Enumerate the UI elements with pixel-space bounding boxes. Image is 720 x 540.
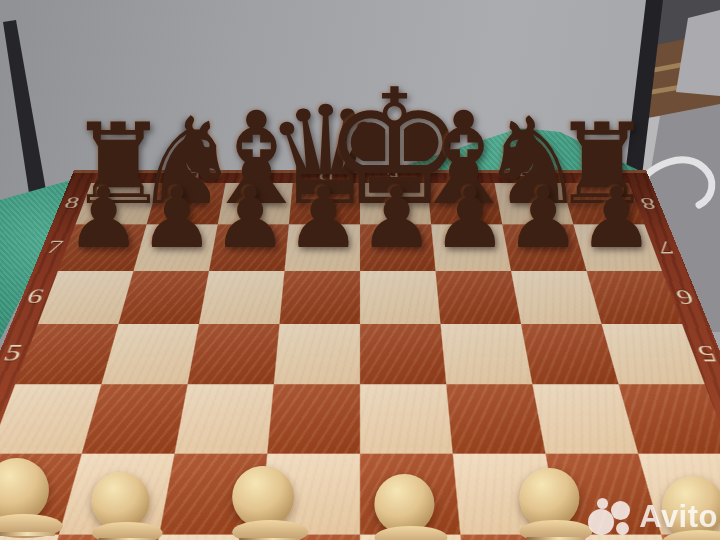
pawn-collar [374,526,447,540]
pawn-ball [519,468,579,528]
white-pawn-top-f2 [519,468,592,540]
pawn-ball [374,474,434,534]
avito-watermark: Avito [588,496,718,536]
pawn-ball [232,466,294,528]
chessboard-photo: 8765432187654321ABCDEFGHABCDEFGH ♜♞♝♛♚♝♞… [0,0,720,540]
pawn-ball [0,458,49,522]
avito-logo-icon [588,496,632,536]
pawn-body [0,532,55,536]
white-pawn-top-d2 [232,466,308,540]
avito-watermark-text: Avito [639,501,718,532]
white-pawn-tops [0,0,720,540]
white-pawn-top-b2 [0,458,63,536]
white-pawn-top-c2 [92,472,163,540]
white-pawn-top-e2 [374,474,447,540]
